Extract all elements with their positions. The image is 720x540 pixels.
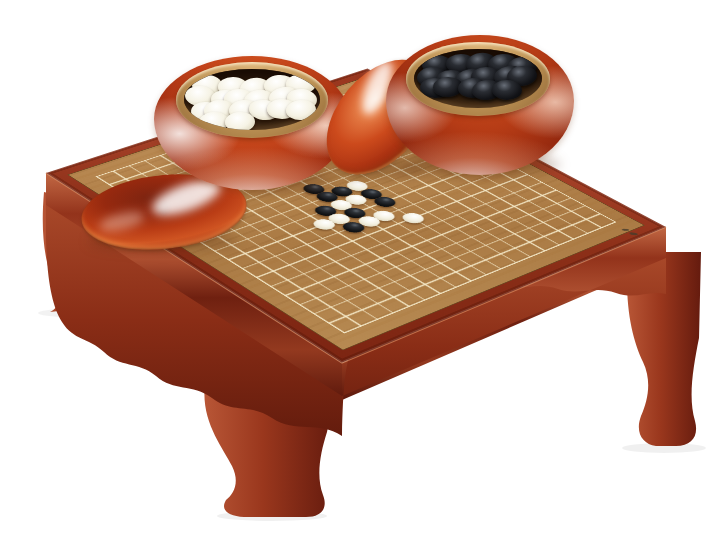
maker-seal-mark [617, 226, 643, 239]
go-scene [0, 0, 720, 540]
bowl-cavity-white-stones [184, 69, 320, 130]
white-stone [398, 211, 428, 225]
white-bowl-stone [225, 111, 256, 130]
white-bowl-stone [285, 99, 316, 121]
specular-highlight [97, 208, 146, 235]
black-bowl-stone [491, 80, 522, 102]
bowl-wood-rim [176, 62, 328, 138]
black-stone-bowl [386, 35, 574, 175]
bowl-wood-rim [406, 42, 550, 116]
white-stone-bowl [154, 56, 350, 190]
bowl-cavity-black-stones [414, 49, 542, 108]
